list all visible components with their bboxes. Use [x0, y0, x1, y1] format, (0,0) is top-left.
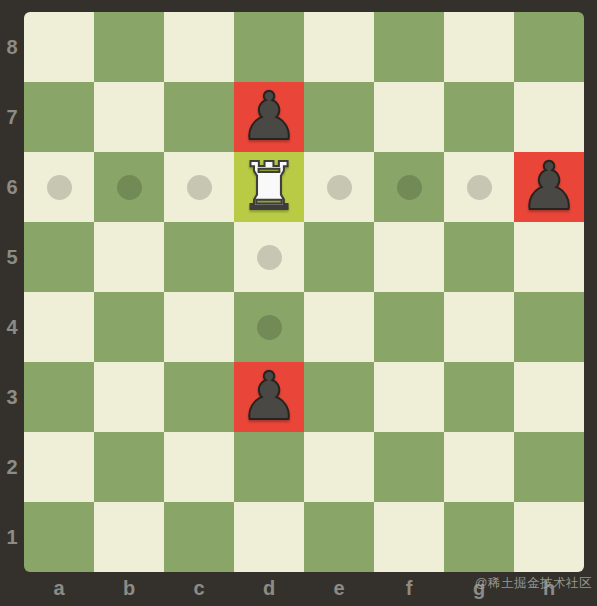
square-e7[interactable]	[304, 82, 374, 152]
square-h5[interactable]	[514, 222, 584, 292]
square-g4[interactable]	[444, 292, 514, 362]
square-g8[interactable]	[444, 12, 514, 82]
square-a6[interactable]	[24, 152, 94, 222]
watermark: @稀土掘金技术社区	[475, 575, 592, 592]
black-pawn-piece[interactable]: ♟	[519, 152, 578, 222]
rank-labels: 87654321	[0, 12, 24, 572]
square-a4[interactable]	[24, 292, 94, 362]
rank-label-7: 7	[0, 82, 24, 152]
chess-app: 87654321 ♟♜♟♟ abcdefgh @稀土掘金技术社区	[0, 0, 597, 606]
square-d8[interactable]	[234, 12, 304, 82]
square-c7[interactable]	[164, 82, 234, 152]
move-hint-dot-g6[interactable]	[467, 175, 492, 200]
square-f4[interactable]	[374, 292, 444, 362]
square-g2[interactable]	[444, 432, 514, 502]
square-h4[interactable]	[514, 292, 584, 362]
square-c8[interactable]	[164, 12, 234, 82]
black-pawn-piece[interactable]: ♟	[239, 362, 298, 432]
file-label-a: a	[24, 573, 94, 603]
square-h1[interactable]	[514, 502, 584, 572]
move-hint-dot-e6[interactable]	[327, 175, 352, 200]
square-a8[interactable]	[24, 12, 94, 82]
square-c5[interactable]	[164, 222, 234, 292]
chess-board[interactable]: ♟♜♟♟	[24, 12, 584, 572]
square-a2[interactable]	[24, 432, 94, 502]
square-a7[interactable]	[24, 82, 94, 152]
square-f1[interactable]	[374, 502, 444, 572]
square-d4[interactable]	[234, 292, 304, 362]
square-f2[interactable]	[374, 432, 444, 502]
square-e5[interactable]	[304, 222, 374, 292]
square-e3[interactable]	[304, 362, 374, 432]
rank-label-2: 2	[0, 432, 24, 502]
square-a1[interactable]	[24, 502, 94, 572]
square-g7[interactable]	[444, 82, 514, 152]
square-c6[interactable]	[164, 152, 234, 222]
square-g5[interactable]	[444, 222, 514, 292]
square-h7[interactable]	[514, 82, 584, 152]
square-b1[interactable]	[94, 502, 164, 572]
square-b6[interactable]	[94, 152, 164, 222]
square-b3[interactable]	[94, 362, 164, 432]
square-h6[interactable]: ♟	[514, 152, 584, 222]
square-c2[interactable]	[164, 432, 234, 502]
move-hint-dot-a6[interactable]	[47, 175, 72, 200]
black-pawn-piece[interactable]: ♟	[239, 82, 298, 152]
file-label-f: f	[374, 573, 444, 603]
square-d3[interactable]: ♟	[234, 362, 304, 432]
square-a3[interactable]	[24, 362, 94, 432]
square-e4[interactable]	[304, 292, 374, 362]
square-h2[interactable]	[514, 432, 584, 502]
move-hint-dot-c6[interactable]	[187, 175, 212, 200]
square-d7[interactable]: ♟	[234, 82, 304, 152]
rank-label-3: 3	[0, 362, 24, 432]
square-d5[interactable]	[234, 222, 304, 292]
square-b2[interactable]	[94, 432, 164, 502]
square-d6[interactable]: ♜	[234, 152, 304, 222]
move-hint-dot-d4[interactable]	[257, 315, 282, 340]
rank-label-4: 4	[0, 292, 24, 362]
square-a5[interactable]	[24, 222, 94, 292]
file-label-c: c	[164, 573, 234, 603]
square-b5[interactable]	[94, 222, 164, 292]
rank-label-1: 1	[0, 502, 24, 572]
square-c3[interactable]	[164, 362, 234, 432]
move-hint-dot-f6[interactable]	[397, 175, 422, 200]
file-label-b: b	[94, 573, 164, 603]
square-h8[interactable]	[514, 12, 584, 82]
square-f6[interactable]	[374, 152, 444, 222]
square-f5[interactable]	[374, 222, 444, 292]
square-b7[interactable]	[94, 82, 164, 152]
square-g3[interactable]	[444, 362, 514, 432]
square-d2[interactable]	[234, 432, 304, 502]
square-f8[interactable]	[374, 12, 444, 82]
square-b8[interactable]	[94, 12, 164, 82]
square-e1[interactable]	[304, 502, 374, 572]
file-label-d: d	[234, 573, 304, 603]
move-hint-dot-d5[interactable]	[257, 245, 282, 270]
square-c1[interactable]	[164, 502, 234, 572]
square-d1[interactable]	[234, 502, 304, 572]
rank-label-6: 6	[0, 152, 24, 222]
square-g1[interactable]	[444, 502, 514, 572]
square-e6[interactable]	[304, 152, 374, 222]
move-hint-dot-b6[interactable]	[117, 175, 142, 200]
rank-label-8: 8	[0, 12, 24, 82]
file-label-e: e	[304, 573, 374, 603]
square-c4[interactable]	[164, 292, 234, 362]
square-h3[interactable]	[514, 362, 584, 432]
square-b4[interactable]	[94, 292, 164, 362]
white-rook-piece[interactable]: ♜	[239, 152, 298, 222]
square-e8[interactable]	[304, 12, 374, 82]
square-f7[interactable]	[374, 82, 444, 152]
square-f3[interactable]	[374, 362, 444, 432]
square-g6[interactable]	[444, 152, 514, 222]
rank-label-5: 5	[0, 222, 24, 292]
square-e2[interactable]	[304, 432, 374, 502]
